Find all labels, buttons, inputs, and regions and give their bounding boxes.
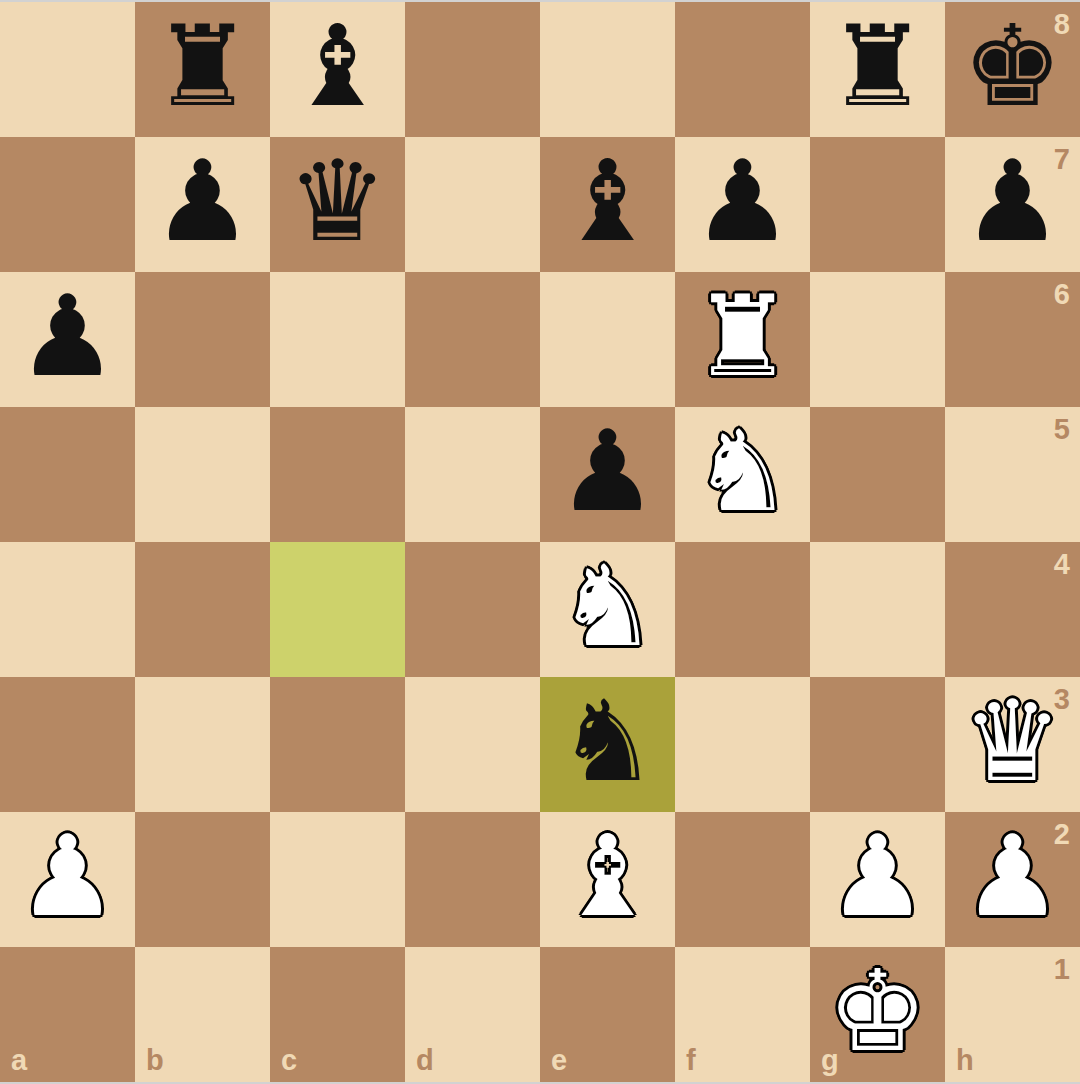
square-g1[interactable]: ♚g: [810, 947, 945, 1082]
square-d4[interactable]: [405, 542, 540, 677]
square-b8[interactable]: ♜: [135, 2, 270, 137]
file-label-f: f: [686, 1046, 696, 1075]
square-f6[interactable]: ♜: [675, 272, 810, 407]
square-f4[interactable]: [675, 542, 810, 677]
file-label-d: d: [416, 1046, 434, 1075]
square-b4[interactable]: [135, 542, 270, 677]
square-a7[interactable]: [0, 137, 135, 272]
square-f7[interactable]: ♟: [675, 137, 810, 272]
square-f5[interactable]: ♞: [675, 407, 810, 542]
rank-label-4: 4: [1054, 550, 1070, 579]
rank-label-5: 5: [1054, 415, 1070, 444]
square-c6[interactable]: [270, 272, 405, 407]
square-a8[interactable]: [0, 2, 135, 137]
rank-label-3: 3: [1054, 685, 1070, 714]
square-d7[interactable]: [405, 137, 540, 272]
white-rook-f6[interactable]: ♜: [692, 280, 792, 392]
square-a6[interactable]: ♟: [0, 272, 135, 407]
file-label-e: e: [551, 1046, 567, 1075]
black-pawn-a6[interactable]: ♟: [17, 280, 117, 392]
white-pawn-h2[interactable]: ♟: [962, 820, 1062, 932]
square-g4[interactable]: [810, 542, 945, 677]
square-a5[interactable]: [0, 407, 135, 542]
white-pawn-g2[interactable]: ♟: [827, 820, 927, 932]
square-g5[interactable]: [810, 407, 945, 542]
square-b2[interactable]: [135, 812, 270, 947]
file-label-g: g: [821, 1046, 839, 1075]
file-label-h: h: [956, 1046, 974, 1075]
square-c4[interactable]: [270, 542, 405, 677]
square-c7[interactable]: ♛: [270, 137, 405, 272]
rank-label-1: 1: [1054, 955, 1070, 984]
square-e5[interactable]: ♟: [540, 407, 675, 542]
square-d6[interactable]: [405, 272, 540, 407]
square-b5[interactable]: [135, 407, 270, 542]
square-h1[interactable]: h1: [945, 947, 1080, 1082]
square-e3[interactable]: ♞: [540, 677, 675, 812]
board-frame: ♜♝♜♚8♟♛♝♟♟7♟♜6♟♞5♞4♞♛3♟♝♟♟2abcdef♚gh1: [0, 0, 1080, 1084]
square-d1[interactable]: d: [405, 947, 540, 1082]
square-g3[interactable]: [810, 677, 945, 812]
square-b7[interactable]: ♟: [135, 137, 270, 272]
square-d5[interactable]: [405, 407, 540, 542]
square-h7[interactable]: ♟7: [945, 137, 1080, 272]
square-a1[interactable]: a: [0, 947, 135, 1082]
black-bishop-e7[interactable]: ♝: [557, 145, 657, 257]
square-g7[interactable]: [810, 137, 945, 272]
square-c8[interactable]: ♝: [270, 2, 405, 137]
square-e1[interactable]: e: [540, 947, 675, 1082]
square-f1[interactable]: f: [675, 947, 810, 1082]
square-h2[interactable]: ♟2: [945, 812, 1080, 947]
square-b6[interactable]: [135, 272, 270, 407]
square-c3[interactable]: [270, 677, 405, 812]
square-g8[interactable]: ♜: [810, 2, 945, 137]
square-f2[interactable]: [675, 812, 810, 947]
square-b1[interactable]: b: [135, 947, 270, 1082]
rank-label-2: 2: [1054, 820, 1070, 849]
square-e7[interactable]: ♝: [540, 137, 675, 272]
square-e6[interactable]: [540, 272, 675, 407]
black-pawn-h7[interactable]: ♟: [962, 145, 1062, 257]
square-h8[interactable]: ♚8: [945, 2, 1080, 137]
square-h6[interactable]: 6: [945, 272, 1080, 407]
white-queen-h3[interactable]: ♛: [962, 685, 1062, 797]
square-h4[interactable]: 4: [945, 542, 1080, 677]
black-queen-c7[interactable]: ♛: [287, 145, 387, 257]
black-rook-b8[interactable]: ♜: [152, 10, 252, 122]
square-c2[interactable]: [270, 812, 405, 947]
square-f8[interactable]: [675, 2, 810, 137]
square-g6[interactable]: [810, 272, 945, 407]
black-pawn-b7[interactable]: ♟: [152, 145, 252, 257]
square-a2[interactable]: ♟: [0, 812, 135, 947]
white-knight-e4[interactable]: ♞: [557, 550, 657, 662]
white-king-g1[interactable]: ♚: [827, 955, 927, 1067]
square-c1[interactable]: c: [270, 947, 405, 1082]
square-f3[interactable]: [675, 677, 810, 812]
square-e8[interactable]: [540, 2, 675, 137]
black-pawn-f7[interactable]: ♟: [692, 145, 792, 257]
square-b3[interactable]: [135, 677, 270, 812]
square-a3[interactable]: [0, 677, 135, 812]
rank-label-7: 7: [1054, 145, 1070, 174]
file-label-b: b: [146, 1046, 164, 1075]
black-bishop-c8[interactable]: ♝: [287, 10, 387, 122]
square-h3[interactable]: ♛3: [945, 677, 1080, 812]
square-a4[interactable]: [0, 542, 135, 677]
square-d8[interactable]: [405, 2, 540, 137]
white-bishop-e2[interactable]: ♝: [557, 820, 657, 932]
square-c5[interactable]: [270, 407, 405, 542]
black-pawn-e5[interactable]: ♟: [557, 415, 657, 527]
file-label-c: c: [281, 1046, 297, 1075]
file-label-a: a: [11, 1046, 27, 1075]
square-e2[interactable]: ♝: [540, 812, 675, 947]
black-knight-e3[interactable]: ♞: [557, 685, 657, 797]
white-knight-f5[interactable]: ♞: [692, 415, 792, 527]
square-g2[interactable]: ♟: [810, 812, 945, 947]
square-d2[interactable]: [405, 812, 540, 947]
white-pawn-a2[interactable]: ♟: [17, 820, 117, 932]
rank-label-8: 8: [1054, 10, 1070, 39]
black-rook-g8[interactable]: ♜: [827, 10, 927, 122]
black-king-h8[interactable]: ♚: [962, 10, 1062, 122]
square-h5[interactable]: 5: [945, 407, 1080, 542]
square-d3[interactable]: [405, 677, 540, 812]
chess-board: ♜♝♜♚8♟♛♝♟♟7♟♜6♟♞5♞4♞♛3♟♝♟♟2abcdef♚gh1: [0, 2, 1080, 1082]
rank-label-6: 6: [1054, 280, 1070, 309]
square-e4[interactable]: ♞: [540, 542, 675, 677]
